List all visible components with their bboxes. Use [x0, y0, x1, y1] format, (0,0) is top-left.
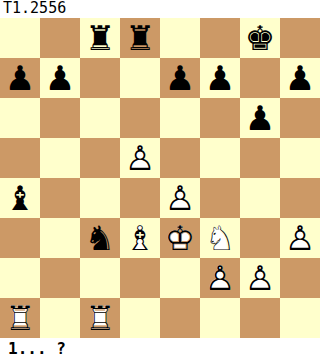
white-pawn: ♙ [280, 218, 320, 258]
square-c3[interactable]: ♞ [80, 218, 120, 258]
white-pawn: ♙ [120, 138, 160, 178]
square-b4[interactable] [40, 178, 80, 218]
square-b2[interactable] [40, 258, 80, 298]
square-f4[interactable] [200, 178, 240, 218]
white-bishop: ♗ [120, 218, 160, 258]
square-c4[interactable] [80, 178, 120, 218]
square-f1[interactable] [200, 298, 240, 338]
square-g7[interactable] [240, 58, 280, 98]
square-c5[interactable] [80, 138, 120, 178]
square-g5[interactable] [240, 138, 280, 178]
square-f6[interactable] [200, 98, 240, 138]
square-f3[interactable]: ♞♘ [200, 218, 240, 258]
white-king: ♔ [160, 218, 200, 258]
square-d6[interactable] [120, 98, 160, 138]
black-knight: ♞ [80, 218, 120, 258]
white-pawn: ♙ [240, 258, 280, 298]
white-pawn: ♙ [200, 258, 240, 298]
square-e1[interactable] [160, 298, 200, 338]
square-c1[interactable]: ♜♖ [80, 298, 120, 338]
square-a7[interactable]: ♟ [0, 58, 40, 98]
white-rook: ♖ [0, 298, 40, 338]
black-pawn: ♟ [240, 98, 280, 138]
square-c7[interactable] [80, 58, 120, 98]
square-b7[interactable]: ♟ [40, 58, 80, 98]
square-b5[interactable] [40, 138, 80, 178]
square-g6[interactable]: ♟ [240, 98, 280, 138]
square-e4[interactable]: ♟♙ [160, 178, 200, 218]
square-b3[interactable] [40, 218, 80, 258]
square-e8[interactable] [160, 18, 200, 58]
square-h4[interactable] [280, 178, 320, 218]
square-d4[interactable] [120, 178, 160, 218]
square-e7[interactable]: ♟ [160, 58, 200, 98]
square-e5[interactable] [160, 138, 200, 178]
square-d3[interactable]: ♝♗ [120, 218, 160, 258]
puzzle-title: T1.2556 [0, 0, 320, 18]
square-f5[interactable] [200, 138, 240, 178]
square-a1[interactable]: ♜♖ [0, 298, 40, 338]
square-d8[interactable]: ♜ [120, 18, 160, 58]
square-g3[interactable] [240, 218, 280, 258]
square-a8[interactable] [0, 18, 40, 58]
square-d2[interactable] [120, 258, 160, 298]
square-h2[interactable] [280, 258, 320, 298]
square-e2[interactable] [160, 258, 200, 298]
square-f2[interactable]: ♟♙ [200, 258, 240, 298]
square-f7[interactable]: ♟ [200, 58, 240, 98]
black-king: ♚ [240, 18, 280, 58]
square-a4[interactable]: ♝ [0, 178, 40, 218]
square-a3[interactable] [0, 218, 40, 258]
white-rook: ♖ [80, 298, 120, 338]
square-h8[interactable] [280, 18, 320, 58]
chess-board: ♜♜♚♟♟♟♟♟♟♟♙♝♟♙♞♝♗♚♔♞♘♟♙♟♙♟♙♜♖♜♖ [0, 18, 320, 338]
square-g2[interactable]: ♟♙ [240, 258, 280, 298]
square-h3[interactable]: ♟♙ [280, 218, 320, 258]
square-b8[interactable] [40, 18, 80, 58]
square-c2[interactable] [80, 258, 120, 298]
black-pawn: ♟ [160, 58, 200, 98]
white-knight: ♘ [200, 218, 240, 258]
square-h5[interactable] [280, 138, 320, 178]
square-c6[interactable] [80, 98, 120, 138]
square-h6[interactable] [280, 98, 320, 138]
square-f8[interactable] [200, 18, 240, 58]
black-pawn: ♟ [280, 58, 320, 98]
black-rook: ♜ [120, 18, 160, 58]
white-pawn: ♙ [160, 178, 200, 218]
black-pawn: ♟ [0, 58, 40, 98]
square-e6[interactable] [160, 98, 200, 138]
square-e3[interactable]: ♚♔ [160, 218, 200, 258]
square-g4[interactable] [240, 178, 280, 218]
square-d5[interactable]: ♟♙ [120, 138, 160, 178]
square-a2[interactable] [0, 258, 40, 298]
black-bishop: ♝ [0, 178, 40, 218]
move-prompt: 1... ? [0, 338, 320, 360]
square-g1[interactable] [240, 298, 280, 338]
square-d7[interactable] [120, 58, 160, 98]
square-g8[interactable]: ♚ [240, 18, 280, 58]
square-a6[interactable] [0, 98, 40, 138]
black-rook: ♜ [80, 18, 120, 58]
square-h1[interactable] [280, 298, 320, 338]
square-h7[interactable]: ♟ [280, 58, 320, 98]
square-a5[interactable] [0, 138, 40, 178]
black-pawn: ♟ [40, 58, 80, 98]
square-c8[interactable]: ♜ [80, 18, 120, 58]
square-d1[interactable] [120, 298, 160, 338]
square-b1[interactable] [40, 298, 80, 338]
square-b6[interactable] [40, 98, 80, 138]
black-pawn: ♟ [200, 58, 240, 98]
